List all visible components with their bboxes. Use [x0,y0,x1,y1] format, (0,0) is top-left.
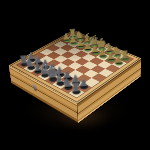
banner-spear-icon [102,31,103,39]
chess-box: ♜♞♝♛♚♝♞♜♟♟♟♟♟♟♟♟♟♟♟♟♟♟♟♟♜♞♝♛♚♝♞♜ [9,30,142,103]
piece-white-r-h1[interactable]: ♜ [68,88,84,98]
piece-glyph: ♟ [110,54,127,64]
banner-spear-icon [52,60,54,69]
scene: ♜♞♝♛♚♝♞♜♟♟♟♟♟♟♟♟♟♟♟♟♟♟♟♟♜♞♝♛♚♝♞♜ [0,0,150,150]
chess-set-photo: ♜♞♝♛♚♝♞♜♟♟♟♟♟♟♟♟♟♟♟♟♟♟♟♟♜♞♝♛♚♝♞♜ [0,0,150,150]
piece-glyph: ♜ [66,81,84,94]
banner-spear-icon [87,27,88,35]
box-latch-icon [33,84,36,91]
piece-black-p-h7[interactable]: ♟ [112,60,127,68]
